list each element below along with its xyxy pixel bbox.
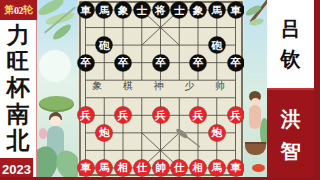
right-edge-stripe [314, 0, 320, 180]
xiangqi-board: 象 棋 神 少 帅 車馬象士将士象馬車砲砲卒卒卒卒卒兵兵兵兵兵炮炮車馬相仕帥仕相… [78, 0, 244, 180]
red-piece-p[interactable]: 兵 [152, 107, 169, 124]
black-piece-k[interactable]: 将 [152, 2, 169, 19]
player-top-char: 吕 [281, 19, 301, 39]
black-piece-b[interactable]: 象 [190, 2, 207, 19]
girl-body-shape [249, 105, 261, 129]
left-banner: 第 02 轮 力 旺 杯 南 北 2023 [0, 0, 37, 180]
red-piece-p[interactable]: 兵 [115, 107, 132, 124]
thumbnail: 第 02 轮 力 旺 杯 南 北 2023 象 [0, 0, 320, 180]
black-piece-a[interactable]: 士 [171, 2, 188, 19]
black-piece-p[interactable]: 卒 [227, 54, 244, 71]
red-piece-n[interactable]: 馬 [208, 159, 225, 176]
red-piece-p[interactable]: 兵 [190, 107, 207, 124]
player-top-name: 吕 钦 [267, 0, 314, 88]
event-title-char: 力 [7, 24, 30, 47]
red-piece-r[interactable]: 車 [77, 159, 94, 176]
black-piece-c[interactable]: 砲 [208, 37, 225, 54]
player-bottom-name: 洪 智 [267, 88, 314, 180]
red-piece-n[interactable]: 馬 [96, 159, 113, 176]
black-piece-p[interactable]: 卒 [152, 54, 169, 71]
round-label-part: 第 [5, 3, 15, 17]
bottom-edge-stripe [0, 177, 320, 180]
black-piece-p[interactable]: 卒 [115, 54, 132, 71]
player-bottom-char: 洪 [281, 109, 301, 129]
red-piece-p[interactable]: 兵 [227, 107, 244, 124]
event-title: 力 旺 杯 南 北 [0, 22, 36, 154]
black-piece-n[interactable]: 馬 [96, 2, 113, 19]
year-text: 2023 [2, 162, 31, 177]
boat-shape [245, 142, 266, 155]
right-scenery-illustration [244, 0, 267, 180]
event-title-char: 北 [7, 129, 30, 152]
black-piece-r[interactable]: 車 [227, 2, 244, 19]
player-top-char: 钦 [281, 49, 301, 69]
fish-shape [252, 164, 265, 172]
event-title-char: 旺 [7, 50, 30, 73]
left-scenery-illustration [37, 0, 78, 180]
event-title-char: 杯 [7, 76, 30, 99]
move-arrow-icon [173, 126, 205, 152]
black-piece-b[interactable]: 象 [115, 2, 132, 19]
pieces-layer: 車馬象士将士象馬車砲砲卒卒卒卒卒兵兵兵兵兵炮炮車馬相仕帥仕相馬車 [78, 0, 244, 180]
player-bottom-char: 智 [281, 141, 301, 161]
red-piece-c[interactable]: 炮 [208, 124, 225, 141]
red-piece-b[interactable]: 相 [115, 159, 132, 176]
black-piece-c[interactable]: 砲 [96, 37, 113, 54]
cloud-shape [39, 50, 71, 82]
round-badge: 第 02 轮 [0, 0, 37, 20]
red-piece-b[interactable]: 相 [190, 159, 207, 176]
red-piece-k[interactable]: 帥 [152, 159, 169, 176]
red-piece-c[interactable]: 炮 [96, 124, 113, 141]
black-piece-p[interactable]: 卒 [77, 54, 94, 71]
round-label-part: 轮 [23, 3, 33, 17]
red-piece-a[interactable]: 仕 [171, 159, 188, 176]
event-title-char: 南 [7, 103, 30, 126]
red-piece-r[interactable]: 車 [227, 159, 244, 176]
round-label-part: 02 [14, 5, 23, 16]
black-piece-r[interactable]: 車 [77, 2, 94, 19]
lotus-flower-shape [39, 128, 47, 139]
black-piece-p[interactable]: 卒 [190, 54, 207, 71]
red-piece-a[interactable]: 仕 [133, 159, 150, 176]
black-piece-n[interactable]: 馬 [208, 2, 225, 19]
black-piece-a[interactable]: 士 [133, 2, 150, 19]
right-banner: 吕 钦 洪 智 [267, 0, 314, 180]
red-piece-p[interactable]: 兵 [77, 107, 94, 124]
character-face-shape [50, 116, 61, 126]
